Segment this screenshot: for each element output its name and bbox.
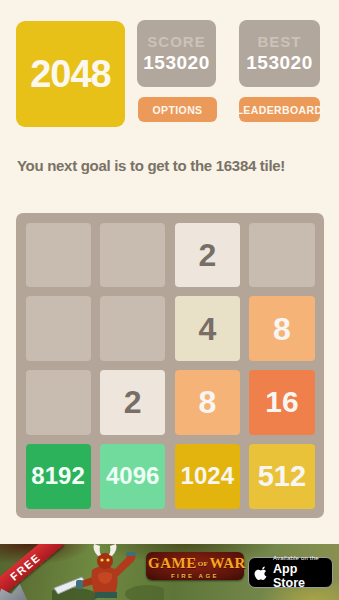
tile-2: 2 [100, 370, 165, 434]
empty-cell [249, 223, 314, 287]
tile-8192: 8192 [26, 444, 91, 508]
free-ribbon-label: FREE [8, 551, 43, 583]
logo-word-of: OF [198, 560, 209, 568]
logo-shield: GAMEOFWAR FIRE AGE [146, 552, 244, 580]
ad-banner[interactable]: FREE GAMEOFWAR FIRE AGE Available on the… [0, 544, 339, 600]
empty-cell [100, 223, 165, 287]
empty-cell [26, 296, 91, 360]
best-box: BEST 153020 [239, 20, 320, 87]
score-value: 153020 [143, 52, 209, 74]
logo-word-war: WAR [209, 555, 246, 571]
best-label: BEST [257, 33, 301, 50]
game-logo-text: 2048 [30, 53, 111, 96]
tile-8: 8 [249, 296, 314, 360]
goal-text: You next goal is to get to the 16384 til… [17, 157, 327, 174]
app-store-badge[interactable]: Available on the App Store [248, 557, 333, 588]
score-label: SCORE [147, 33, 205, 50]
options-button[interactable]: OPTIONS [138, 97, 217, 122]
game-of-war-logo: GAMEOFWAR FIRE AGE [146, 552, 244, 592]
logo-word-game: GAME [148, 555, 197, 571]
badge-available-text: Available on the [273, 555, 327, 561]
tile-2: 2 [175, 223, 240, 287]
tile-512: 512 [249, 444, 314, 508]
2048-app: 2048 SCORE 153020 BEST 153020 OPTIONS LE… [0, 0, 339, 600]
tile-16: 16 [249, 370, 314, 434]
apple-logo-icon [254, 564, 269, 582]
logo-subtitle: FIRE AGE [148, 573, 242, 579]
tile-8: 8 [175, 370, 240, 434]
board-grid[interactable]: 2482816819240961024512 [16, 213, 324, 518]
game-logo-tile: 2048 [16, 21, 125, 127]
best-value: 153020 [246, 52, 312, 74]
score-box: SCORE 153020 [137, 20, 216, 87]
empty-cell [26, 370, 91, 434]
empty-cell [26, 223, 91, 287]
empty-cell [100, 296, 165, 360]
tile-4096: 4096 [100, 444, 165, 508]
leaderboard-button[interactable]: LEADERBOARD [239, 97, 320, 122]
tile-4: 4 [175, 296, 240, 360]
badge-appstore-text: App Store [273, 562, 327, 590]
tile-1024: 1024 [175, 444, 240, 508]
